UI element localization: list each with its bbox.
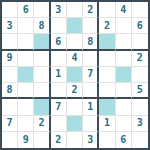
sudoku-given-digit: 3 xyxy=(137,118,143,128)
sudoku-cell[interactable] xyxy=(99,51,115,67)
sudoku-given-digit: 8 xyxy=(39,21,45,31)
sudoku-cell[interactable]: 4 xyxy=(116,2,132,18)
sudoku-cell[interactable] xyxy=(116,18,132,34)
sudoku-cell[interactable]: 8 xyxy=(34,18,50,34)
sudoku-given-digit: 2 xyxy=(71,85,77,95)
sudoku-cell[interactable] xyxy=(116,67,132,83)
sudoku-cell[interactable] xyxy=(99,67,115,83)
sudoku-cell[interactable] xyxy=(34,83,50,99)
sudoku-cell[interactable] xyxy=(18,18,34,34)
sudoku-cell[interactable]: 2 xyxy=(99,18,115,34)
sudoku-cell[interactable] xyxy=(116,99,132,115)
sudoku-cell[interactable] xyxy=(67,99,83,115)
sudoku-cell[interactable] xyxy=(18,116,34,132)
sudoku-cell[interactable] xyxy=(99,99,115,115)
sudoku-given-digit: 3 xyxy=(7,21,13,31)
sudoku-given-digit: 6 xyxy=(120,135,126,145)
sudoku-given-digit: 9 xyxy=(7,53,13,63)
sudoku-given-digit: 6 xyxy=(23,5,29,15)
sudoku-cell[interactable]: 3 xyxy=(51,2,67,18)
sudoku-cell[interactable]: 9 xyxy=(2,51,18,67)
sudoku-given-digit: 2 xyxy=(104,21,110,31)
sudoku-cell[interactable]: 9 xyxy=(18,132,34,148)
sudoku-cell[interactable] xyxy=(132,67,148,83)
sudoku-cell[interactable] xyxy=(34,51,50,67)
sudoku-given-digit: 1 xyxy=(104,118,110,128)
sudoku-cell[interactable] xyxy=(67,2,83,18)
sudoku-cell[interactable]: 2 xyxy=(83,2,99,18)
sudoku-cell[interactable] xyxy=(132,99,148,115)
sudoku-cell[interactable]: 1 xyxy=(83,99,99,115)
sudoku-cell[interactable]: 1 xyxy=(51,67,67,83)
sudoku-cell[interactable] xyxy=(83,116,99,132)
sudoku-cell[interactable] xyxy=(34,34,50,50)
sudoku-cell[interactable]: 4 xyxy=(67,51,83,67)
sudoku-given-digit: 4 xyxy=(71,53,77,63)
sudoku-cell[interactable]: 3 xyxy=(132,116,148,132)
sudoku-cell[interactable]: 6 xyxy=(116,132,132,148)
sudoku-given-digit: 8 xyxy=(7,85,13,95)
sudoku-cell[interactable] xyxy=(2,67,18,83)
sudoku-cell[interactable] xyxy=(51,116,67,132)
sudoku-cell[interactable] xyxy=(99,34,115,50)
sudoku-cell[interactable] xyxy=(34,2,50,18)
sudoku-cell[interactable]: 7 xyxy=(51,99,67,115)
sudoku-given-digit: 2 xyxy=(55,135,61,145)
sudoku-given-digit: 1 xyxy=(55,69,61,79)
sudoku-cell[interactable] xyxy=(99,2,115,18)
sudoku-cell[interactable] xyxy=(2,132,18,148)
sudoku-cell[interactable]: 2 xyxy=(51,132,67,148)
sudoku-cell[interactable] xyxy=(83,83,99,99)
sudoku-cell[interactable] xyxy=(116,51,132,67)
sudoku-given-digit: 3 xyxy=(55,5,61,15)
sudoku-given-digit: 8 xyxy=(87,37,93,47)
sudoku-cell[interactable] xyxy=(67,18,83,34)
sudoku-cell[interactable] xyxy=(34,132,50,148)
sudoku-board: 6324382668942178257172139236 xyxy=(0,0,150,150)
sudoku-cell[interactable] xyxy=(116,83,132,99)
sudoku-cell[interactable] xyxy=(99,132,115,148)
sudoku-cell[interactable] xyxy=(116,116,132,132)
sudoku-cell[interactable]: 5 xyxy=(132,83,148,99)
sudoku-cell[interactable]: 8 xyxy=(83,34,99,50)
sudoku-cell[interactable] xyxy=(67,132,83,148)
sudoku-cell[interactable] xyxy=(67,67,83,83)
sudoku-cell[interactable]: 6 xyxy=(18,2,34,18)
sudoku-cell[interactable] xyxy=(2,2,18,18)
sudoku-cell[interactable]: 2 xyxy=(67,83,83,99)
sudoku-given-digit: 5 xyxy=(137,85,143,95)
sudoku-cell[interactable] xyxy=(132,132,148,148)
sudoku-cell[interactable] xyxy=(51,18,67,34)
sudoku-cell[interactable] xyxy=(99,83,115,99)
sudoku-cell[interactable] xyxy=(132,34,148,50)
sudoku-cell[interactable] xyxy=(18,67,34,83)
sudoku-given-digit: 9 xyxy=(23,135,29,145)
sudoku-cell[interactable]: 3 xyxy=(2,18,18,34)
sudoku-cell[interactable]: 2 xyxy=(132,51,148,67)
sudoku-cell[interactable] xyxy=(18,51,34,67)
sudoku-cell[interactable] xyxy=(18,83,34,99)
sudoku-cell[interactable]: 3 xyxy=(83,132,99,148)
sudoku-given-digit: 2 xyxy=(137,53,143,63)
sudoku-cell[interactable] xyxy=(116,34,132,50)
sudoku-cell[interactable] xyxy=(2,34,18,50)
sudoku-given-digit: 4 xyxy=(120,5,126,15)
sudoku-cell[interactable] xyxy=(132,2,148,18)
sudoku-given-digit: 7 xyxy=(55,102,61,112)
sudoku-given-digit: 6 xyxy=(55,37,61,47)
sudoku-given-digit: 3 xyxy=(87,135,93,145)
sudoku-given-digit: 2 xyxy=(87,5,93,15)
sudoku-given-digit: 1 xyxy=(87,102,93,112)
sudoku-cell[interactable] xyxy=(51,51,67,67)
sudoku-cell[interactable]: 1 xyxy=(99,116,115,132)
sudoku-cell[interactable] xyxy=(18,99,34,115)
sudoku-cell[interactable] xyxy=(34,99,50,115)
sudoku-given-digit: 6 xyxy=(137,21,143,31)
sudoku-cell[interactable]: 7 xyxy=(2,116,18,132)
sudoku-cell[interactable]: 6 xyxy=(51,34,67,50)
sudoku-cell[interactable]: 6 xyxy=(132,18,148,34)
sudoku-cell[interactable] xyxy=(51,83,67,99)
sudoku-cell[interactable] xyxy=(18,34,34,50)
sudoku-cell[interactable] xyxy=(83,18,99,34)
sudoku-cell[interactable]: 8 xyxy=(2,83,18,99)
sudoku-cell[interactable]: 2 xyxy=(34,116,50,132)
sudoku-cell[interactable] xyxy=(67,34,83,50)
sudoku-cell[interactable] xyxy=(34,67,50,83)
sudoku-cell[interactable]: 7 xyxy=(83,67,99,83)
sudoku-given-digit: 7 xyxy=(87,69,93,79)
sudoku-cell[interactable] xyxy=(67,116,83,132)
sudoku-given-digit: 7 xyxy=(7,118,13,128)
sudoku-given-digit: 2 xyxy=(39,118,45,128)
sudoku-cell[interactable] xyxy=(83,51,99,67)
sudoku-cell[interactable] xyxy=(2,99,18,115)
